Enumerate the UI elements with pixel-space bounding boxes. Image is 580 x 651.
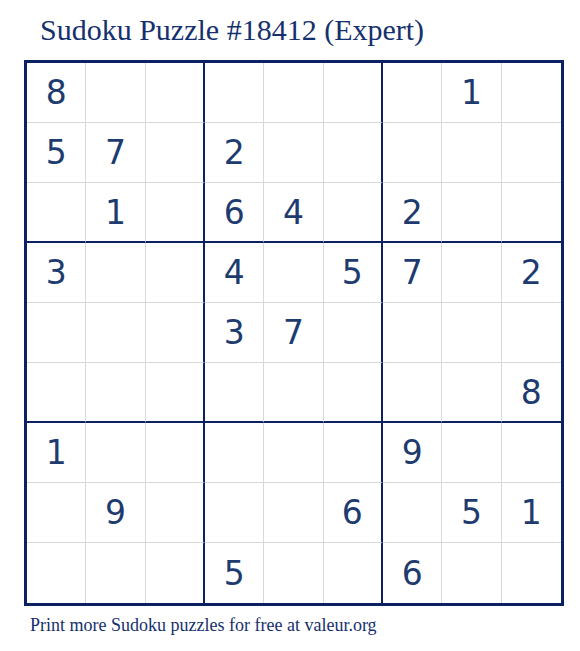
cell-r4c1: 3 [27, 243, 86, 303]
cell-r3c3 [146, 183, 205, 243]
cell-r1c2 [86, 63, 145, 123]
cell-r6c2 [86, 363, 145, 423]
cell-r1c5 [264, 63, 323, 123]
cell-r3c7: 2 [383, 183, 442, 243]
cell-r5c6 [324, 303, 383, 363]
cell-r5c5: 7 [264, 303, 323, 363]
cell-r3c5: 4 [264, 183, 323, 243]
cell-r6c9: 8 [502, 363, 561, 423]
cell-r6c7 [383, 363, 442, 423]
cell-r9c5 [264, 543, 323, 603]
cell-r3c4: 6 [205, 183, 264, 243]
cell-r7c6 [324, 423, 383, 483]
cell-r5c7 [383, 303, 442, 363]
cell-r7c1: 1 [27, 423, 86, 483]
cell-r4c2 [86, 243, 145, 303]
cell-r2c9 [502, 123, 561, 183]
cell-r6c5 [264, 363, 323, 423]
cell-r2c2: 7 [86, 123, 145, 183]
cell-r5c3 [146, 303, 205, 363]
cell-r8c3 [146, 483, 205, 543]
cell-r8c5 [264, 483, 323, 543]
cell-r5c8 [442, 303, 501, 363]
cell-r6c3 [146, 363, 205, 423]
cell-r7c2 [86, 423, 145, 483]
cell-r4c9: 2 [502, 243, 561, 303]
cell-r9c4: 5 [205, 543, 264, 603]
cell-r9c6 [324, 543, 383, 603]
cell-r9c1 [27, 543, 86, 603]
cell-r6c4 [205, 363, 264, 423]
cell-r4c8 [442, 243, 501, 303]
cell-r2c6 [324, 123, 383, 183]
cell-r8c4 [205, 483, 264, 543]
cell-r5c1 [27, 303, 86, 363]
cell-r7c3 [146, 423, 205, 483]
cell-r2c7 [383, 123, 442, 183]
cell-r3c2: 1 [86, 183, 145, 243]
cell-r1c1: 8 [27, 63, 86, 123]
cell-r4c6: 5 [324, 243, 383, 303]
cell-r2c3 [146, 123, 205, 183]
page-title: Sudoku Puzzle #18412 (Expert) [40, 13, 424, 47]
sudoku-grid: 8157216423457237819965156 [24, 60, 564, 606]
cell-r8c7 [383, 483, 442, 543]
cell-r7c4 [205, 423, 264, 483]
cell-r9c2 [86, 543, 145, 603]
cell-r2c8 [442, 123, 501, 183]
cell-r3c8 [442, 183, 501, 243]
cell-r3c6 [324, 183, 383, 243]
cell-r8c8: 5 [442, 483, 501, 543]
cell-r6c6 [324, 363, 383, 423]
cell-r1c3 [146, 63, 205, 123]
cell-r8c2: 9 [86, 483, 145, 543]
cell-r7c5 [264, 423, 323, 483]
cell-r5c4: 3 [205, 303, 264, 363]
cell-r9c8 [442, 543, 501, 603]
cell-r5c9 [502, 303, 561, 363]
cell-r4c7: 7 [383, 243, 442, 303]
cell-r9c7: 6 [383, 543, 442, 603]
cell-r5c2 [86, 303, 145, 363]
cell-r7c8 [442, 423, 501, 483]
cell-r4c5 [264, 243, 323, 303]
cell-r8c6: 6 [324, 483, 383, 543]
cell-r1c8: 1 [442, 63, 501, 123]
sudoku-puzzle-page: Sudoku Puzzle #18412 (Expert) 8157216423… [0, 0, 580, 651]
cell-r2c4: 2 [205, 123, 264, 183]
cell-r2c1: 5 [27, 123, 86, 183]
cell-r3c1 [27, 183, 86, 243]
cell-r3c9 [502, 183, 561, 243]
cell-r1c7 [383, 63, 442, 123]
cell-r7c9 [502, 423, 561, 483]
cell-r6c1 [27, 363, 86, 423]
footer-text: Print more Sudoku puzzles for free at va… [30, 615, 377, 636]
cell-r9c3 [146, 543, 205, 603]
cell-r8c9: 1 [502, 483, 561, 543]
cell-r1c4 [205, 63, 264, 123]
cell-r4c4: 4 [205, 243, 264, 303]
cell-r6c8 [442, 363, 501, 423]
cell-r2c5 [264, 123, 323, 183]
cell-r4c3 [146, 243, 205, 303]
cell-r7c7: 9 [383, 423, 442, 483]
cell-r8c1 [27, 483, 86, 543]
cell-r1c6 [324, 63, 383, 123]
cell-r9c9 [502, 543, 561, 603]
cell-r1c9 [502, 63, 561, 123]
